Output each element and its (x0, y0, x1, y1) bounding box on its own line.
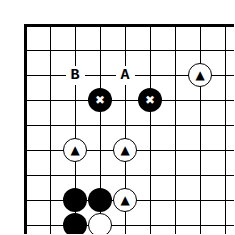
intersection-c4-r3 (88, 63, 113, 88)
intersection-c3-r2 (63, 38, 88, 63)
intersection-c2-r4 (38, 88, 63, 113)
stone-white-triangle: ▲ (63, 138, 87, 162)
intersection-c6-r5 (138, 113, 163, 138)
intersection-c6-r7 (138, 163, 163, 188)
stone-black-x: ✖ (88, 88, 112, 112)
intersection-c2-r5 (38, 113, 63, 138)
point-label-A: A (116, 66, 135, 85)
intersection-c5-r2 (113, 38, 138, 63)
stone-white (88, 213, 112, 234)
stone-black (63, 213, 87, 234)
stone-black-x: ✖ (138, 88, 162, 112)
intersection-c5-r6: ▲ (113, 138, 138, 163)
triangle-mark-icon: ▲ (120, 144, 129, 156)
intersection-c3-r9 (63, 213, 88, 235)
intersection-c7-r3 (163, 63, 188, 88)
triangle-mark-icon: ▲ (120, 194, 129, 206)
intersection-c8-r8 (188, 188, 213, 213)
intersection-c9-r4 (213, 88, 235, 113)
intersection-c9-r2 (213, 38, 235, 63)
intersection-c5-r5 (113, 113, 138, 138)
stone-white-triangle: ▲ (113, 138, 137, 162)
intersection-c9-r3 (213, 63, 235, 88)
intersection-c6-r4: ✖ (138, 88, 163, 113)
intersection-c4-r9 (88, 213, 113, 235)
intersection-c9-r7 (213, 163, 235, 188)
intersection-c9-r5 (213, 113, 235, 138)
x-mark-icon: ✖ (145, 94, 155, 106)
x-mark-icon: ✖ (95, 94, 105, 106)
intersection-c4-r5 (88, 113, 113, 138)
intersection-c3-r3: B (63, 63, 88, 88)
intersection-c6-r2 (138, 38, 163, 63)
intersection-c2-r2 (38, 38, 63, 63)
intersection-c9-r8 (213, 188, 235, 213)
intersection-c5-r8: ▲ (113, 188, 138, 213)
stone-white-triangle: ▲ (113, 188, 137, 212)
stone-black (88, 188, 112, 212)
intersection-c3-r4 (63, 88, 88, 113)
triangle-mark-icon: ▲ (70, 144, 79, 156)
intersection-c9-r6 (213, 138, 235, 163)
stone-white-triangle: ▲ (188, 63, 212, 87)
intersection-c2-r3 (38, 63, 63, 88)
intersection-c6-r8 (138, 188, 163, 213)
stone-black (63, 188, 87, 212)
point-label-B: B (66, 66, 85, 85)
intersection-c9-r9 (213, 213, 235, 235)
board-edge-left (24, 24, 27, 235)
intersection-c3-r8 (63, 188, 88, 213)
intersection-c8-r9 (188, 213, 213, 235)
intersection-c6-r3 (138, 63, 163, 88)
intersection-c5-r9 (113, 213, 138, 235)
go-board: BA▲✖✖▲▲▲ (13, 13, 235, 235)
intersection-c4-r7 (88, 163, 113, 188)
intersection-c5-r7 (113, 163, 138, 188)
intersection-c2-r9 (38, 213, 63, 235)
intersection-c4-r4: ✖ (88, 88, 113, 113)
intersection-c5-r3: A (113, 63, 138, 88)
intersection-c4-r8 (88, 188, 113, 213)
intersection-c7-r7 (163, 163, 188, 188)
intersection-c8-r4 (188, 88, 213, 113)
go-diagram: BA▲✖✖▲▲▲ (0, 0, 234, 234)
intersection-c8-r6 (188, 138, 213, 163)
intersection-c2-r6 (38, 138, 63, 163)
triangle-mark-icon: ▲ (195, 69, 204, 81)
intersection-c8-r7 (188, 163, 213, 188)
board-edge-top (24, 24, 235, 27)
intersection-c7-r5 (163, 113, 188, 138)
intersection-c6-r9 (138, 213, 163, 235)
intersection-c7-r4 (163, 88, 188, 113)
intersection-c8-r2 (188, 38, 213, 63)
intersection-c2-r8 (38, 188, 63, 213)
intersection-c7-r6 (163, 138, 188, 163)
intersection-c7-r8 (163, 188, 188, 213)
intersection-c6-r6 (138, 138, 163, 163)
intersection-c8-r5 (188, 113, 213, 138)
intersection-c5-r4 (113, 88, 138, 113)
intersection-c2-r7 (38, 163, 63, 188)
intersection-c3-r7 (63, 163, 88, 188)
intersection-c4-r6 (88, 138, 113, 163)
intersection-c3-r6: ▲ (63, 138, 88, 163)
intersection-c4-r2 (88, 38, 113, 63)
intersection-c7-r9 (163, 213, 188, 235)
intersection-c7-r2 (163, 38, 188, 63)
intersection-c8-r3: ▲ (188, 63, 213, 88)
intersection-c3-r5 (63, 113, 88, 138)
